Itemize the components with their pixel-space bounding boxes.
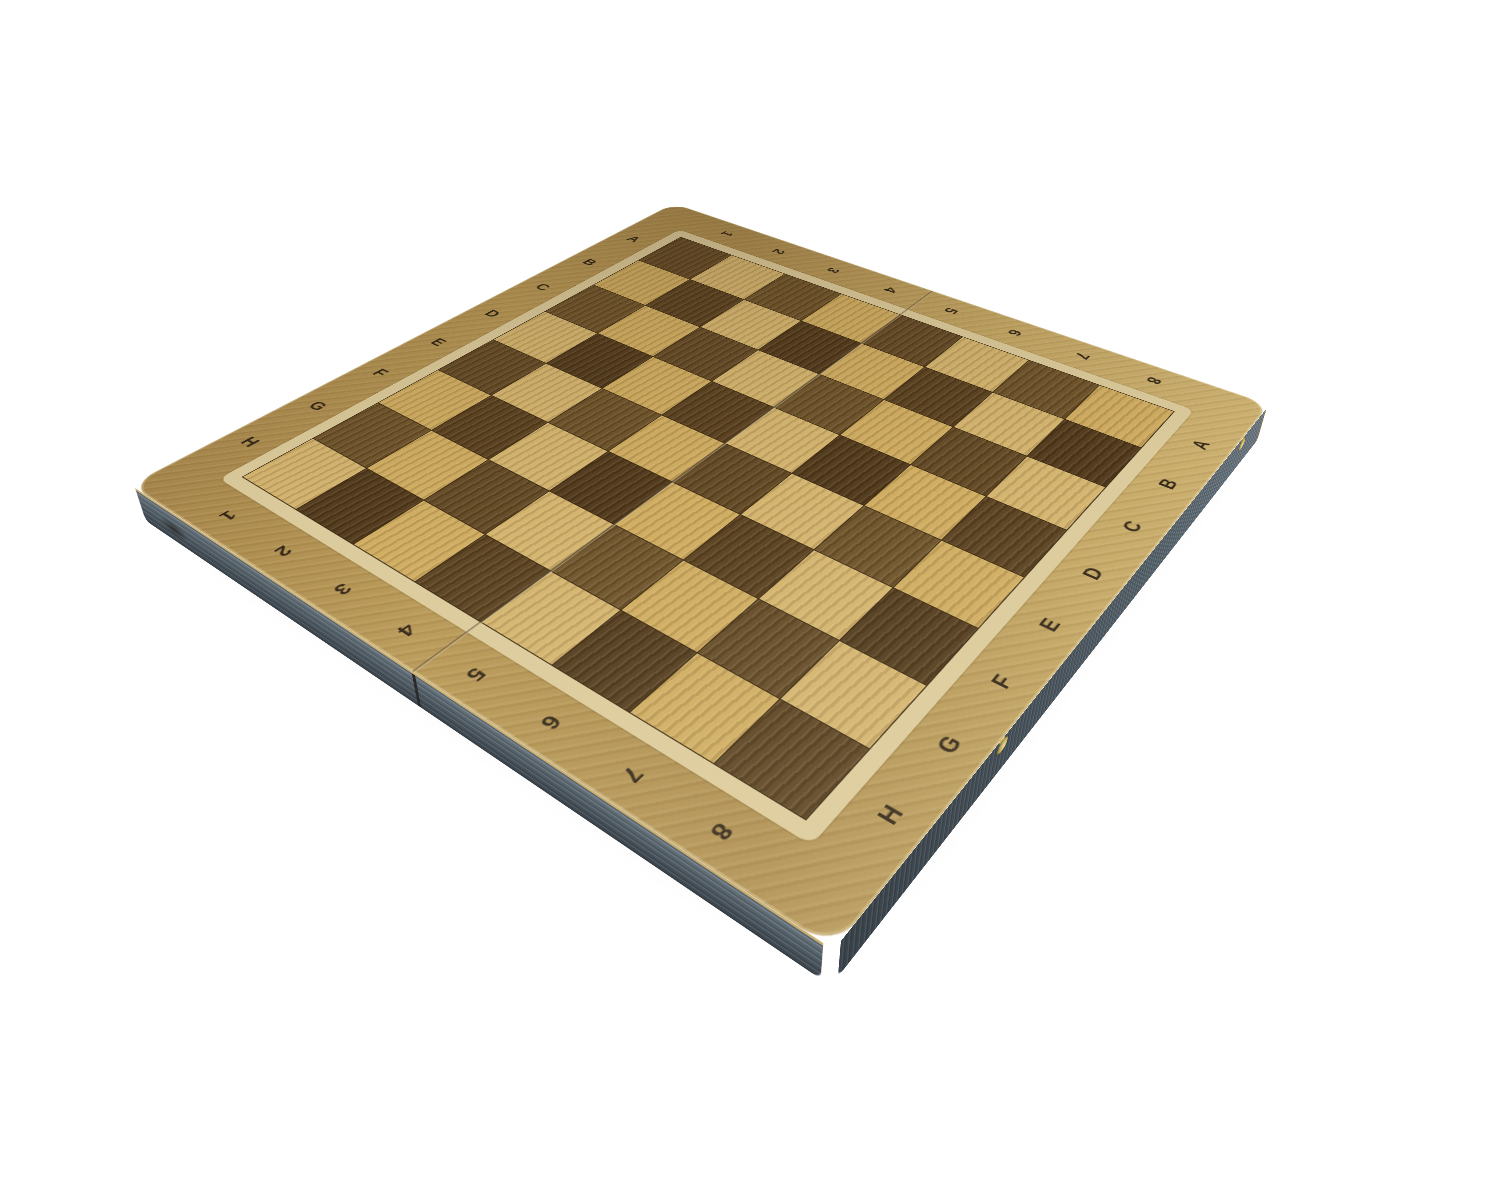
coord-rank-8-far-edge: 8 (1135, 370, 1173, 391)
square-g6 (622, 561, 758, 652)
square-f7 (759, 551, 892, 641)
coord-rank-4-far-edge: 4 (873, 282, 908, 299)
square-e5 (673, 443, 792, 514)
square-d8 (943, 497, 1067, 577)
coord-rank-2-far-edge: 2 (762, 244, 795, 259)
square-e8 (894, 540, 1024, 628)
square-h2 (297, 469, 423, 544)
coord-rank-5-near-edge: 5 (449, 655, 503, 693)
product-photo-scene: 11AA22BB33CC44DD55EE66FF77GG88HH (0, 0, 1500, 1182)
square-h7 (631, 654, 779, 764)
coord-file-C-right-edge: C (1110, 512, 1155, 541)
square-d6 (793, 435, 910, 505)
coord-rank-6-far-edge: 6 (996, 323, 1032, 342)
coord-rank-6-near-edge: 6 (523, 702, 579, 743)
square-g4 (485, 491, 613, 570)
coord-rank-7-far-edge: 7 (1064, 346, 1101, 366)
square-g8 (781, 641, 926, 748)
coord-file-H-left-edge: H (229, 430, 273, 454)
coord-file-D-left-edge: D (474, 305, 511, 323)
coord-file-A-right-edge: A (1181, 433, 1222, 457)
coord-rank-5-far-edge: 5 (933, 302, 968, 320)
square-f5 (615, 482, 740, 559)
coord-file-H-right-edge: H (861, 791, 920, 839)
coord-rank-8-near-edge: 8 (691, 807, 751, 856)
square-e7 (815, 506, 941, 588)
square-h5 (482, 571, 621, 664)
coordinate-labels: 11AA22BB33CC44DD55EE66FF77GG88HH (130, 203, 1269, 949)
coord-rank-7-near-edge: 7 (603, 752, 661, 797)
square-h3 (354, 501, 484, 582)
coord-rank-2-near-edge: 2 (259, 536, 308, 566)
square-h6 (553, 611, 696, 712)
coord-file-F-right-edge: F (976, 662, 1028, 700)
board-top-face: 11AA22BB33CC44DD55EE66FF77GG88HH (130, 203, 1269, 949)
square-h8 (715, 700, 869, 819)
coord-file-E-right-edge: E (1025, 607, 1074, 642)
coord-file-E-left-edge: E (420, 332, 458, 351)
perspective-wrapper: 11AA22BB33CC44DD55EE66FF77GG88HH (0, 0, 1500, 1182)
square-f4 (550, 452, 671, 524)
square-d7 (865, 465, 985, 540)
square-f6 (684, 515, 813, 598)
coord-file-D-right-edge: D (1069, 558, 1116, 590)
square-e6 (741, 474, 864, 550)
coord-file-B-left-edge: B (573, 254, 607, 269)
coord-rank-3-far-edge: 3 (816, 262, 850, 278)
coord-file-G-right-edge: G (922, 723, 977, 766)
square-g5 (551, 525, 683, 610)
square-g7 (698, 600, 838, 699)
coord-rank-1-far-edge: 1 (711, 227, 743, 241)
chessboard: 11AA22BB33CC44DD55EE66FF77GG88HH (130, 203, 1269, 949)
coord-file-C-left-edge: C (525, 279, 560, 296)
coord-rank-1-near-edge: 1 (204, 502, 251, 530)
coord-file-F-left-edge: F (361, 362, 401, 383)
square-h1 (243, 439, 366, 509)
coord-file-A-left-edge: A (618, 232, 651, 246)
square-h4 (415, 535, 549, 622)
coord-file-G-left-edge: G (298, 395, 340, 417)
coord-file-B-right-edge: B (1147, 471, 1189, 497)
coord-rank-3-near-edge: 3 (317, 573, 367, 605)
fold-seam-side (412, 673, 422, 708)
coord-rank-4-near-edge: 4 (380, 613, 432, 648)
square-g3 (424, 460, 548, 534)
square-f8 (840, 588, 977, 685)
square-c8 (987, 456, 1105, 529)
